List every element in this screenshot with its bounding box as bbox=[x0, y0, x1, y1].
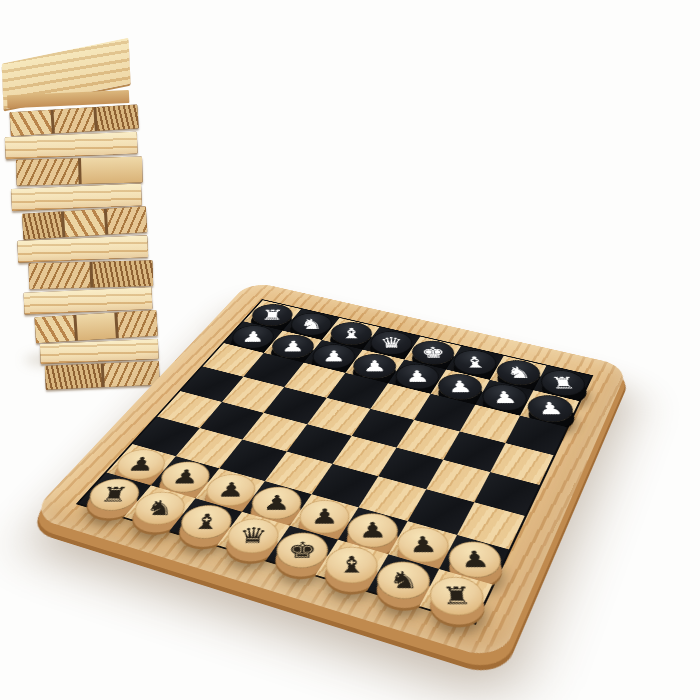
rook-symbol-icon: ♜ bbox=[440, 577, 474, 614]
tower-layer bbox=[5, 132, 138, 160]
bishop-symbol-icon: ♝ bbox=[337, 547, 367, 582]
chess-grid: ♜♞♝♛♚♝♞♜♟♟♟♟♟♟♟♟♟♟♟♟♟♟♟♟♜♞♝♛♚♝♞♜ bbox=[76, 299, 594, 625]
pawn-symbol-icon: ♟ bbox=[240, 326, 266, 348]
pawn-symbol-icon: ♟ bbox=[490, 385, 519, 410]
pawn-symbol-icon: ♟ bbox=[125, 450, 158, 479]
rook-symbol-icon: ♜ bbox=[97, 479, 132, 509]
bishop-symbol-icon: ♝ bbox=[339, 323, 363, 345]
pawn-symbol-icon: ♟ bbox=[169, 462, 201, 491]
bishop-symbol-icon: ♝ bbox=[190, 506, 223, 538]
rook-symbol-icon: ♜ bbox=[548, 371, 578, 395]
knight-symbol-icon: ♞ bbox=[299, 314, 323, 335]
pawn-symbol-icon: ♟ bbox=[458, 542, 491, 576]
queen-symbol-icon: ♛ bbox=[237, 519, 269, 552]
knight-symbol-icon: ♞ bbox=[143, 492, 177, 523]
knight-symbol-icon: ♞ bbox=[388, 562, 420, 598]
pawn-symbol-icon: ♟ bbox=[404, 364, 430, 388]
pawn-symbol-icon: ♟ bbox=[321, 345, 345, 368]
pawn-symbol-icon: ♟ bbox=[262, 488, 292, 519]
pawn-symbol-icon: ♟ bbox=[310, 501, 339, 533]
pawn-symbol-icon: ♟ bbox=[359, 514, 388, 547]
pawn-symbol-icon: ♟ bbox=[535, 396, 566, 422]
pawn-symbol-icon: ♟ bbox=[447, 375, 475, 399]
bishop-symbol-icon: ♝ bbox=[462, 351, 489, 374]
pawn-symbol-icon: ♟ bbox=[363, 355, 388, 378]
chess-board: ♜♞♝♛♚♝♞♜♟♟♟♟♟♟♟♟♟♟♟♟♟♟♟♟♜♞♝♛♚♝♞♜ bbox=[124, 208, 579, 663]
knight-symbol-icon: ♞ bbox=[504, 361, 533, 385]
king-symbol-icon: ♚ bbox=[420, 341, 446, 364]
pawn-symbol-icon: ♟ bbox=[408, 528, 439, 561]
rook-symbol-icon: ♜ bbox=[260, 305, 285, 326]
tower-layer bbox=[16, 156, 143, 185]
product-photo-scene: ♜♞♝♛♚♝♞♜♟♟♟♟♟♟♟♟♟♟♟♟♟♟♟♟♜♞♝♛♚♝♞♜ bbox=[0, 0, 700, 700]
queen-symbol-icon: ♛ bbox=[379, 332, 404, 354]
pawn-symbol-icon: ♟ bbox=[215, 475, 246, 505]
pawn-symbol-icon: ♟ bbox=[280, 335, 305, 357]
king-symbol-icon: ♚ bbox=[287, 533, 318, 567]
